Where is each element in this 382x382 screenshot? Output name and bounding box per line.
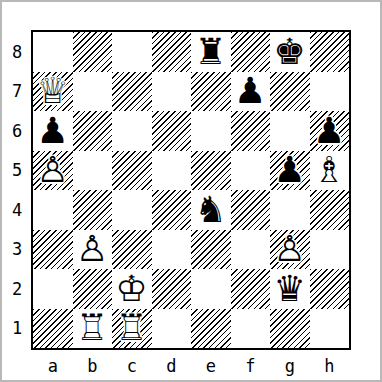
square-d1[interactable] bbox=[152, 309, 192, 349]
white-bishop-glyph: ♗ bbox=[310, 151, 350, 191]
square-a4[interactable] bbox=[33, 190, 73, 230]
white-pawn-glyph: ♙ bbox=[73, 230, 113, 270]
square-h3[interactable] bbox=[310, 230, 350, 270]
square-a8[interactable] bbox=[33, 32, 73, 72]
square-a3[interactable] bbox=[33, 230, 73, 270]
square-a1[interactable] bbox=[33, 309, 73, 349]
square-a5[interactable]: ♟♙ bbox=[33, 151, 73, 191]
square-g1[interactable] bbox=[270, 309, 310, 349]
white-rook-glyph: ♖ bbox=[112, 309, 152, 349]
square-e7[interactable] bbox=[191, 72, 231, 112]
square-b7[interactable] bbox=[73, 72, 113, 112]
square-c7[interactable] bbox=[112, 72, 152, 112]
square-g6[interactable] bbox=[270, 111, 310, 151]
square-h8[interactable] bbox=[310, 32, 350, 72]
rank-labels: 87654321 bbox=[4, 30, 30, 352]
square-c8[interactable] bbox=[112, 32, 152, 72]
white-queen[interactable]: ♛♕ bbox=[33, 72, 73, 112]
file-label-c: c bbox=[112, 354, 152, 378]
square-e5[interactable] bbox=[191, 151, 231, 191]
square-g4[interactable] bbox=[270, 190, 310, 230]
white-rook-glyph: ♖ bbox=[73, 309, 113, 349]
white-bishop[interactable]: ♝♗ bbox=[310, 151, 350, 191]
square-e2[interactable] bbox=[191, 269, 231, 309]
rank-label-1: 1 bbox=[4, 309, 30, 349]
square-a7[interactable]: ♛♕ bbox=[33, 72, 73, 112]
square-h7[interactable] bbox=[310, 72, 350, 112]
file-label-d: d bbox=[152, 354, 192, 378]
square-c2[interactable]: ♚♔ bbox=[112, 269, 152, 309]
square-b6[interactable] bbox=[73, 111, 113, 151]
rank-label-6: 6 bbox=[4, 111, 30, 151]
chess-board: ♜♜♚♚♛♕♟♟♟♟♟♟♟♙♟♟♝♗♞♞♟♙♟♙♚♔♛♛♜♖♜♖ bbox=[31, 30, 351, 350]
square-b8[interactable] bbox=[73, 32, 113, 72]
rank-label-8: 8 bbox=[4, 32, 30, 72]
square-g7[interactable] bbox=[270, 72, 310, 112]
black-pawn-glyph: ♟ bbox=[270, 151, 310, 191]
square-d4[interactable] bbox=[152, 190, 192, 230]
black-pawn[interactable]: ♟♟ bbox=[33, 111, 73, 151]
white-king[interactable]: ♚♔ bbox=[112, 269, 152, 309]
square-b3[interactable]: ♟♙ bbox=[73, 230, 113, 270]
white-king-glyph: ♔ bbox=[112, 269, 152, 309]
black-king-glyph: ♚ bbox=[270, 32, 310, 72]
square-b5[interactable] bbox=[73, 151, 113, 191]
square-d5[interactable] bbox=[152, 151, 192, 191]
square-d8[interactable] bbox=[152, 32, 192, 72]
square-f4[interactable] bbox=[231, 190, 271, 230]
square-g2[interactable]: ♛♛ bbox=[270, 269, 310, 309]
black-knight-glyph: ♞ bbox=[191, 190, 231, 230]
square-c1[interactable]: ♜♖ bbox=[112, 309, 152, 349]
black-pawn-glyph: ♟ bbox=[33, 111, 73, 151]
file-label-g: g bbox=[270, 354, 310, 378]
rank-label-2: 2 bbox=[4, 269, 30, 309]
square-h5[interactable]: ♝♗ bbox=[310, 151, 350, 191]
square-d7[interactable] bbox=[152, 72, 192, 112]
square-e6[interactable] bbox=[191, 111, 231, 151]
white-pawn[interactable]: ♟♙ bbox=[33, 151, 73, 191]
rank-label-3: 3 bbox=[4, 230, 30, 270]
black-knight[interactable]: ♞♞ bbox=[191, 190, 231, 230]
black-rook[interactable]: ♜♜ bbox=[191, 32, 231, 72]
rank-label-5: 5 bbox=[4, 151, 30, 191]
white-pawn[interactable]: ♟♙ bbox=[73, 230, 113, 270]
square-h2[interactable] bbox=[310, 269, 350, 309]
black-rook-glyph: ♜ bbox=[191, 32, 231, 72]
square-c5[interactable] bbox=[112, 151, 152, 191]
square-b2[interactable] bbox=[73, 269, 113, 309]
square-h1[interactable] bbox=[310, 309, 350, 349]
black-king[interactable]: ♚♚ bbox=[270, 32, 310, 72]
rank-label-4: 4 bbox=[4, 190, 30, 230]
white-pawn-glyph: ♙ bbox=[270, 230, 310, 270]
square-c3[interactable] bbox=[112, 230, 152, 270]
black-pawn[interactable]: ♟♟ bbox=[270, 151, 310, 191]
square-e1[interactable] bbox=[191, 309, 231, 349]
square-g3[interactable]: ♟♙ bbox=[270, 230, 310, 270]
square-b1[interactable]: ♜♖ bbox=[73, 309, 113, 349]
black-pawn-glyph: ♟ bbox=[310, 111, 350, 151]
white-rook[interactable]: ♜♖ bbox=[112, 309, 152, 349]
rank-label-7: 7 bbox=[4, 72, 30, 112]
square-e4[interactable]: ♞♞ bbox=[191, 190, 231, 230]
square-f1[interactable] bbox=[231, 309, 271, 349]
file-label-b: b bbox=[73, 354, 113, 378]
square-e8[interactable]: ♜♜ bbox=[191, 32, 231, 72]
square-b4[interactable] bbox=[73, 190, 113, 230]
file-label-f: f bbox=[231, 354, 271, 378]
square-f5[interactable] bbox=[231, 151, 271, 191]
square-d3[interactable] bbox=[152, 230, 192, 270]
file-labels: abcdefgh bbox=[31, 354, 353, 378]
square-f6[interactable] bbox=[231, 111, 271, 151]
white-pawn[interactable]: ♟♙ bbox=[270, 230, 310, 270]
white-rook[interactable]: ♜♖ bbox=[73, 309, 113, 349]
square-a2[interactable] bbox=[33, 269, 73, 309]
square-c6[interactable] bbox=[112, 111, 152, 151]
square-f2[interactable] bbox=[231, 269, 271, 309]
chess-diagram: 87654321 ♜♜♚♚♛♕♟♟♟♟♟♟♟♙♟♟♝♗♞♞♟♙♟♙♚♔♛♛♜♖♜… bbox=[0, 0, 382, 382]
file-label-e: e bbox=[191, 354, 231, 378]
square-g5[interactable]: ♟♟ bbox=[270, 151, 310, 191]
square-a6[interactable]: ♟♟ bbox=[33, 111, 73, 151]
black-queen-glyph: ♛ bbox=[270, 269, 310, 309]
square-d6[interactable] bbox=[152, 111, 192, 151]
square-h4[interactable] bbox=[310, 190, 350, 230]
white-queen-glyph: ♕ bbox=[33, 72, 73, 112]
white-pawn-glyph: ♙ bbox=[33, 151, 73, 191]
square-h6[interactable]: ♟♟ bbox=[310, 111, 350, 151]
square-e3[interactable] bbox=[191, 230, 231, 270]
black-pawn[interactable]: ♟♟ bbox=[231, 72, 271, 112]
square-f3[interactable] bbox=[231, 230, 271, 270]
square-f7[interactable]: ♟♟ bbox=[231, 72, 271, 112]
square-g8[interactable]: ♚♚ bbox=[270, 32, 310, 72]
file-label-h: h bbox=[310, 354, 350, 378]
square-c4[interactable] bbox=[112, 190, 152, 230]
square-d2[interactable] bbox=[152, 269, 192, 309]
file-label-a: a bbox=[33, 354, 73, 378]
black-pawn[interactable]: ♟♟ bbox=[310, 111, 350, 151]
square-f8[interactable] bbox=[231, 32, 271, 72]
black-pawn-glyph: ♟ bbox=[231, 72, 271, 112]
black-queen[interactable]: ♛♛ bbox=[270, 269, 310, 309]
